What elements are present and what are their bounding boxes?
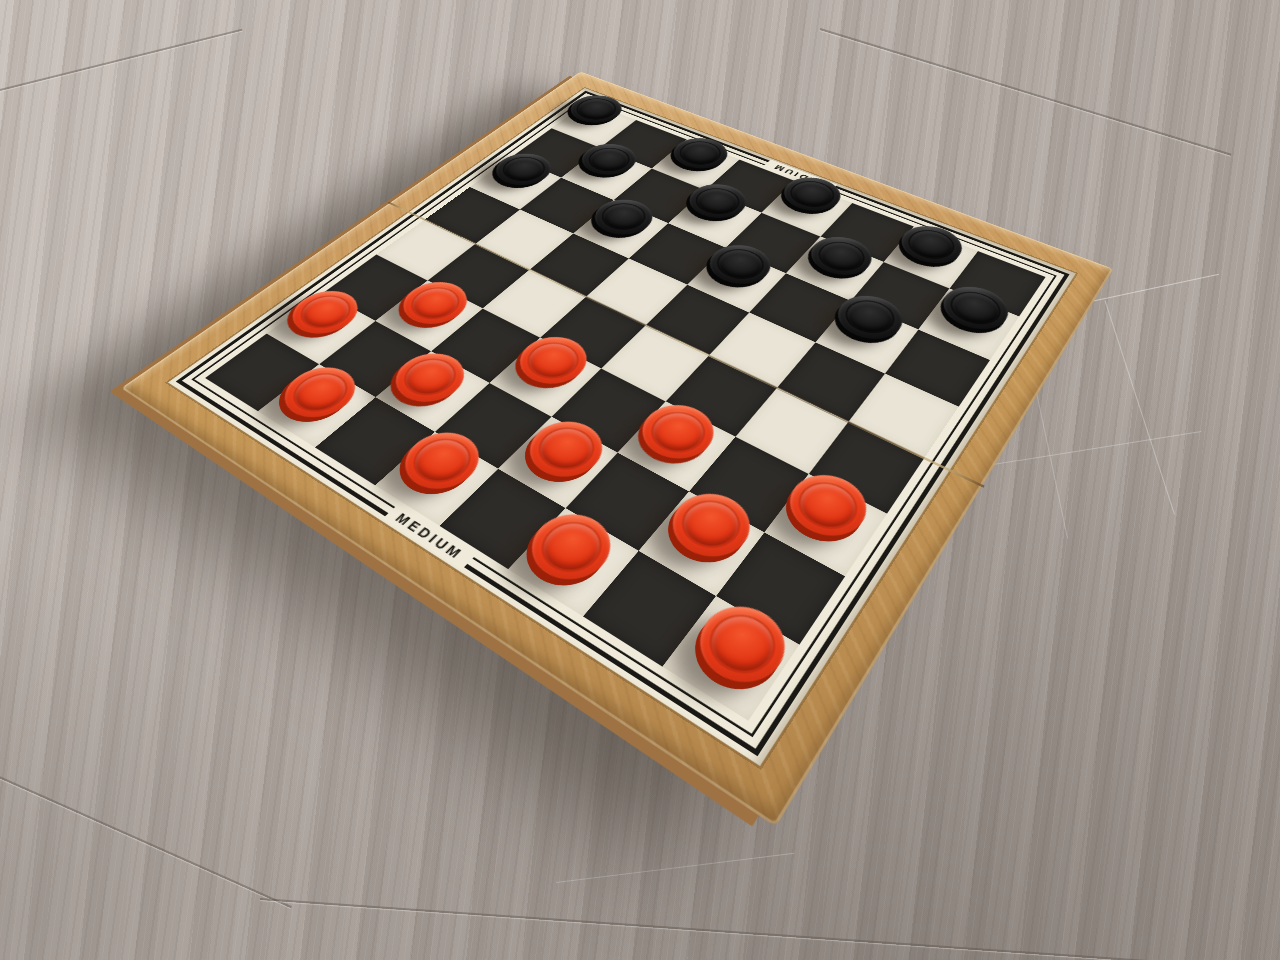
piece-ring (643, 406, 712, 458)
piece-ring (813, 238, 870, 275)
piece-ring (595, 200, 651, 234)
piece-ring (701, 607, 782, 681)
piece-ring (404, 283, 467, 324)
piece-ring (406, 433, 479, 488)
piece-ring (583, 145, 636, 175)
piece-ring (674, 494, 748, 555)
piece-ring (571, 96, 621, 123)
piece-ring (286, 368, 355, 417)
piece-ring (791, 476, 863, 535)
board-face: MEDIUM MEDIUM (168, 88, 1076, 766)
piece-ring (497, 154, 551, 185)
piece-ring (690, 185, 745, 218)
piece-ring (531, 422, 602, 476)
checkers-board: MEDIUM MEDIUM (121, 72, 1113, 827)
piece-ring (840, 296, 901, 338)
piece-ring (520, 338, 586, 384)
scene: MEDIUM MEDIUM (0, 0, 1280, 960)
piece-ring (533, 515, 610, 578)
piece-ring (674, 138, 726, 168)
piece-ring (785, 178, 839, 211)
piece-ring (711, 245, 769, 283)
piece-ring (396, 354, 464, 401)
piece-ring (903, 226, 959, 262)
